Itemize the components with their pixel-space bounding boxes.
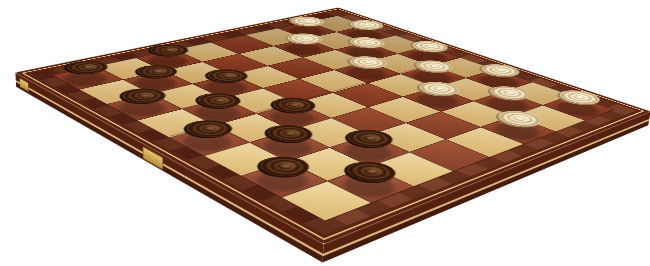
brass-fold-clasp	[143, 146, 163, 170]
brass-corner-latch	[19, 78, 28, 93]
light-piece[interactable]	[553, 88, 608, 107]
dark-piece[interactable]	[144, 42, 196, 58]
board-grid	[52, 16, 615, 222]
checkers-board	[15, 7, 650, 243]
dark-piece[interactable]	[178, 117, 241, 141]
board-3d-wrapper	[15, 7, 650, 243]
dark-piece[interactable]	[60, 59, 115, 77]
board-photo	[0, 0, 650, 266]
dark-piece[interactable]	[201, 67, 256, 85]
